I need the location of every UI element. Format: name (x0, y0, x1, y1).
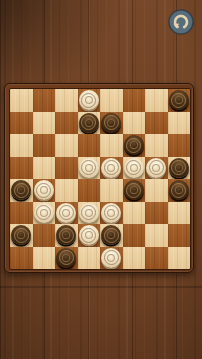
square-d8[interactable] (78, 89, 101, 112)
checker-white[interactable] (79, 203, 99, 223)
square-b3[interactable] (33, 202, 56, 225)
checker-black[interactable] (124, 135, 144, 155)
square-e5[interactable] (100, 157, 123, 180)
square-c7[interactable] (55, 112, 78, 135)
square-f5[interactable] (123, 157, 146, 180)
square-e4[interactable] (100, 179, 123, 202)
checker-black[interactable] (56, 225, 76, 245)
square-b5[interactable] (33, 157, 56, 180)
square-a6[interactable] (10, 134, 33, 157)
square-g7[interactable] (145, 112, 168, 135)
square-d7[interactable] (78, 112, 101, 135)
checkers-board (4, 83, 194, 273)
board-grid (9, 88, 191, 270)
square-a8[interactable] (10, 89, 33, 112)
square-c1[interactable] (55, 247, 78, 270)
square-g6[interactable] (145, 134, 168, 157)
square-h6[interactable] (168, 134, 191, 157)
square-f2[interactable] (123, 224, 146, 247)
square-g3[interactable] (145, 202, 168, 225)
square-a1[interactable] (10, 247, 33, 270)
checker-black[interactable] (169, 90, 189, 110)
square-a3[interactable] (10, 202, 33, 225)
checker-black[interactable] (169, 158, 189, 178)
square-h3[interactable] (168, 202, 191, 225)
checker-black[interactable] (124, 180, 144, 200)
restart-button[interactable] (168, 9, 194, 35)
checker-black[interactable] (11, 180, 31, 200)
square-b6[interactable] (33, 134, 56, 157)
square-b4[interactable] (33, 179, 56, 202)
square-b7[interactable] (33, 112, 56, 135)
checker-white[interactable] (101, 158, 121, 178)
checker-black[interactable] (101, 225, 121, 245)
square-h7[interactable] (168, 112, 191, 135)
square-e1[interactable] (100, 247, 123, 270)
checker-white[interactable] (56, 203, 76, 223)
square-e3[interactable] (100, 202, 123, 225)
checker-white[interactable] (124, 158, 144, 178)
square-c3[interactable] (55, 202, 78, 225)
square-h8[interactable] (168, 89, 191, 112)
square-g1[interactable] (145, 247, 168, 270)
checker-black[interactable] (11, 225, 31, 245)
square-c4[interactable] (55, 179, 78, 202)
square-c2[interactable] (55, 224, 78, 247)
checker-white[interactable] (101, 248, 121, 268)
checker-white[interactable] (79, 225, 99, 245)
checker-white[interactable] (79, 158, 99, 178)
square-h4[interactable] (168, 179, 191, 202)
square-f6[interactable] (123, 134, 146, 157)
square-d4[interactable] (78, 179, 101, 202)
square-e6[interactable] (100, 134, 123, 157)
checker-white[interactable] (101, 203, 121, 223)
square-e7[interactable] (100, 112, 123, 135)
square-d6[interactable] (78, 134, 101, 157)
square-h1[interactable] (168, 247, 191, 270)
square-a5[interactable] (10, 157, 33, 180)
checker-black[interactable] (101, 113, 121, 133)
square-f8[interactable] (123, 89, 146, 112)
square-b1[interactable] (33, 247, 56, 270)
checker-white[interactable] (79, 90, 99, 110)
square-f4[interactable] (123, 179, 146, 202)
square-f7[interactable] (123, 112, 146, 135)
checker-black[interactable] (79, 113, 99, 133)
square-g4[interactable] (145, 179, 168, 202)
restart-icon (168, 9, 194, 35)
square-f1[interactable] (123, 247, 146, 270)
square-a2[interactable] (10, 224, 33, 247)
checker-white[interactable] (146, 158, 166, 178)
checker-white[interactable] (34, 180, 54, 200)
square-g5[interactable] (145, 157, 168, 180)
checker-black[interactable] (56, 248, 76, 268)
square-h5[interactable] (168, 157, 191, 180)
square-d1[interactable] (78, 247, 101, 270)
square-g8[interactable] (145, 89, 168, 112)
square-c5[interactable] (55, 157, 78, 180)
square-b2[interactable] (33, 224, 56, 247)
square-b8[interactable] (33, 89, 56, 112)
square-e2[interactable] (100, 224, 123, 247)
square-e8[interactable] (100, 89, 123, 112)
square-f3[interactable] (123, 202, 146, 225)
square-d3[interactable] (78, 202, 101, 225)
square-c6[interactable] (55, 134, 78, 157)
square-d5[interactable] (78, 157, 101, 180)
square-h2[interactable] (168, 224, 191, 247)
square-g2[interactable] (145, 224, 168, 247)
checker-white[interactable] (34, 203, 54, 223)
square-a4[interactable] (10, 179, 33, 202)
square-a7[interactable] (10, 112, 33, 135)
square-c8[interactable] (55, 89, 78, 112)
checker-black[interactable] (169, 180, 189, 200)
square-d2[interactable] (78, 224, 101, 247)
